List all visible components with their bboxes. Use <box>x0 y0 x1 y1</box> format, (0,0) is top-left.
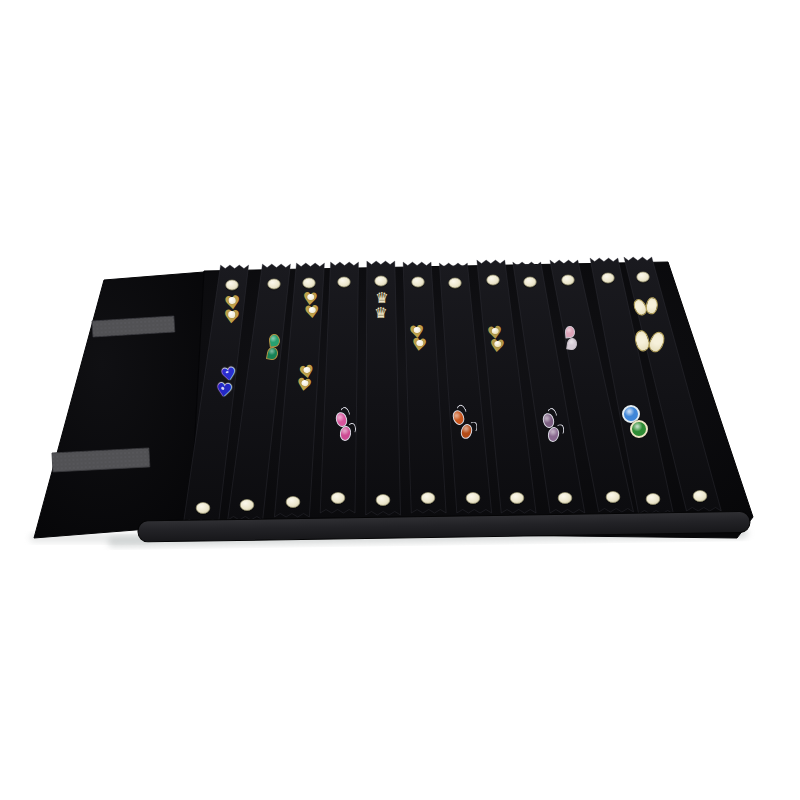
stud-earring-pearl-heart <box>296 378 312 394</box>
stud-earring-halo-gem <box>622 405 640 423</box>
stud-earring-swirl-gem <box>451 408 467 426</box>
stud-earring-crown <box>375 308 388 321</box>
stud-earring-halo-gem <box>630 420 648 438</box>
stud-earring-gem-heart <box>216 383 231 398</box>
stud-earring-pearl-heart <box>224 295 240 311</box>
stud-earring-pearl-heart <box>302 292 317 307</box>
stud-earring-swirl-gem <box>339 425 353 442</box>
stud-earring-swirl-gem <box>542 411 557 428</box>
stud-earring-pearl-heart <box>409 325 424 340</box>
stud-earring-gem-drop <box>268 333 281 347</box>
stud-earring-gem-heart <box>221 367 236 382</box>
stud-earring-swirl-gem <box>460 422 475 439</box>
stud-earring-pearl-heart <box>487 326 502 341</box>
stud-earring-swirl-gem <box>547 425 561 442</box>
stud-earring-gem-drop <box>564 326 575 339</box>
stud-earring-pearl-heart <box>223 309 239 325</box>
product-image <box>0 0 800 800</box>
stud-earring-swirl-gem <box>335 410 350 427</box>
stud-earring-butterfly <box>634 295 658 317</box>
stud-earring-gem-drop <box>566 337 578 350</box>
stud-earring-pearl-heart <box>305 306 320 321</box>
stud-earring-pearl-heart <box>489 339 504 354</box>
stud-earring-pearl-heart <box>411 338 426 353</box>
stud-earring-gem-drop <box>266 346 279 361</box>
earring-studs-layer <box>0 0 800 800</box>
stud-earring-butterfly <box>635 328 664 353</box>
stud-earring-crown <box>376 293 389 306</box>
stud-earring-pearl-heart <box>299 365 315 381</box>
